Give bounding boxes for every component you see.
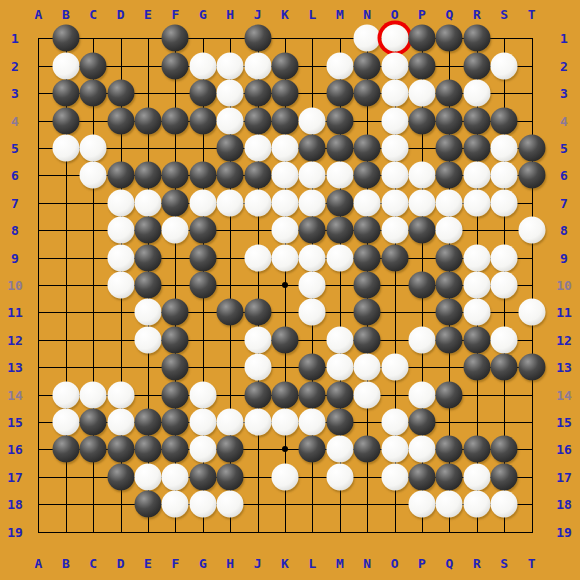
stone-black xyxy=(135,409,162,436)
stone-black xyxy=(491,463,518,490)
stone-white xyxy=(463,244,490,271)
stone-black xyxy=(272,326,299,353)
stone-black xyxy=(463,354,490,381)
stone-black xyxy=(107,162,134,189)
stone-white xyxy=(299,244,326,271)
stone-black xyxy=(381,244,408,271)
stone-white xyxy=(491,52,518,79)
stone-white xyxy=(381,189,408,216)
stone-white xyxy=(107,189,134,216)
stone-black xyxy=(326,135,353,162)
col-label-top: O xyxy=(391,8,399,21)
stone-black xyxy=(436,135,463,162)
stone-white xyxy=(409,189,436,216)
stone-white xyxy=(162,491,189,518)
stone-black xyxy=(135,217,162,244)
row-label-right: 9 xyxy=(560,251,568,264)
stone-white xyxy=(436,189,463,216)
stone-white xyxy=(518,299,545,326)
stone-white xyxy=(244,409,271,436)
col-label-top: T xyxy=(528,8,536,21)
col-label-bottom: Q xyxy=(445,557,453,570)
row-label-left: 7 xyxy=(11,196,19,209)
stone-black xyxy=(299,217,326,244)
col-label-bottom: J xyxy=(254,557,262,570)
stone-black xyxy=(107,80,134,107)
stone-white xyxy=(491,326,518,353)
stone-white xyxy=(189,381,216,408)
col-label-bottom: S xyxy=(500,557,508,570)
stone-white xyxy=(409,381,436,408)
col-label-top: P xyxy=(418,8,426,21)
stone-white xyxy=(518,217,545,244)
row-label-right: 18 xyxy=(556,498,572,511)
stone-black xyxy=(162,299,189,326)
col-label-bottom: L xyxy=(308,557,316,570)
stone-black xyxy=(436,299,463,326)
stone-black xyxy=(80,80,107,107)
stone-black xyxy=(409,52,436,79)
stone-black xyxy=(244,299,271,326)
stone-black xyxy=(135,107,162,134)
stone-white xyxy=(409,80,436,107)
stone-white xyxy=(409,436,436,463)
stone-black xyxy=(354,244,381,271)
stone-black xyxy=(491,107,518,134)
col-label-top: D xyxy=(117,8,125,21)
stone-black xyxy=(162,409,189,436)
stone-black xyxy=(354,272,381,299)
stone-black xyxy=(326,189,353,216)
stone-white xyxy=(354,381,381,408)
stone-black xyxy=(354,326,381,353)
stone-black xyxy=(162,162,189,189)
stone-black xyxy=(162,436,189,463)
stone-black xyxy=(189,217,216,244)
stone-white xyxy=(244,135,271,162)
stone-white xyxy=(463,189,490,216)
row-label-right: 2 xyxy=(560,59,568,72)
stone-white xyxy=(326,463,353,490)
col-label-bottom: O xyxy=(391,557,399,570)
stone-white xyxy=(217,80,244,107)
stone-black xyxy=(463,25,490,52)
stone-white xyxy=(491,189,518,216)
row-label-left: 6 xyxy=(11,169,19,182)
stone-white xyxy=(52,381,79,408)
col-label-top: J xyxy=(254,8,262,21)
col-label-bottom: P xyxy=(418,557,426,570)
stone-black xyxy=(189,272,216,299)
row-label-left: 8 xyxy=(11,224,19,237)
stone-white xyxy=(299,107,326,134)
stone-black xyxy=(436,107,463,134)
stone-black xyxy=(107,107,134,134)
stone-black xyxy=(299,436,326,463)
stone-black xyxy=(162,107,189,134)
stone-white xyxy=(217,409,244,436)
row-label-right: 14 xyxy=(556,388,572,401)
row-label-right: 7 xyxy=(560,196,568,209)
stone-white xyxy=(381,463,408,490)
stone-black xyxy=(326,107,353,134)
stone-black xyxy=(409,107,436,134)
stone-white xyxy=(409,162,436,189)
col-label-top: S xyxy=(500,8,508,21)
row-label-left: 18 xyxy=(7,498,23,511)
stone-white xyxy=(463,463,490,490)
star-point xyxy=(282,446,288,452)
col-label-bottom: T xyxy=(528,557,536,570)
stone-black xyxy=(409,25,436,52)
stone-white xyxy=(463,80,490,107)
stone-black xyxy=(189,162,216,189)
col-label-bottom: G xyxy=(199,557,207,570)
stone-black xyxy=(80,52,107,79)
stone-black xyxy=(354,135,381,162)
stone-white xyxy=(189,409,216,436)
stone-white xyxy=(135,299,162,326)
row-label-right: 11 xyxy=(556,306,572,319)
stone-white xyxy=(244,354,271,381)
col-label-top: R xyxy=(473,8,481,21)
stone-white xyxy=(381,52,408,79)
stone-black xyxy=(518,354,545,381)
stone-white xyxy=(491,272,518,299)
stone-white xyxy=(107,244,134,271)
stone-black xyxy=(354,217,381,244)
stone-white xyxy=(272,244,299,271)
stone-black xyxy=(107,463,134,490)
stone-black xyxy=(326,80,353,107)
col-label-bottom: B xyxy=(62,557,70,570)
stone-white xyxy=(354,25,381,52)
col-label-bottom: M xyxy=(336,557,344,570)
stone-black xyxy=(436,326,463,353)
stone-white xyxy=(381,354,408,381)
stone-black xyxy=(299,381,326,408)
stone-black xyxy=(244,107,271,134)
row-label-right: 12 xyxy=(556,333,572,346)
stone-black xyxy=(135,436,162,463)
stone-black xyxy=(299,354,326,381)
stone-white xyxy=(326,244,353,271)
stone-black xyxy=(436,381,463,408)
stone-white xyxy=(80,162,107,189)
col-label-bottom: R xyxy=(473,557,481,570)
stone-white xyxy=(463,272,490,299)
stone-white xyxy=(80,135,107,162)
stone-white xyxy=(491,135,518,162)
stone-white xyxy=(491,491,518,518)
stone-white xyxy=(217,189,244,216)
col-label-top: H xyxy=(226,8,234,21)
stone-black xyxy=(272,80,299,107)
row-label-left: 4 xyxy=(11,114,19,127)
stone-white xyxy=(409,326,436,353)
stone-white xyxy=(272,162,299,189)
stone-white xyxy=(162,463,189,490)
stone-black xyxy=(135,272,162,299)
stone-black xyxy=(244,80,271,107)
row-label-left: 11 xyxy=(7,306,23,319)
stone-black xyxy=(135,491,162,518)
stone-white xyxy=(463,162,490,189)
col-label-bottom: A xyxy=(34,557,42,570)
stone-black xyxy=(272,52,299,79)
stone-white xyxy=(381,409,408,436)
stone-white xyxy=(491,162,518,189)
stone-white xyxy=(244,189,271,216)
col-label-bottom: H xyxy=(226,557,234,570)
stone-white xyxy=(381,436,408,463)
stone-black xyxy=(491,354,518,381)
stone-black xyxy=(409,272,436,299)
stone-white xyxy=(244,326,271,353)
row-label-right: 5 xyxy=(560,142,568,155)
col-label-bottom: N xyxy=(363,557,371,570)
stone-white xyxy=(354,354,381,381)
stone-white xyxy=(463,299,490,326)
stone-white xyxy=(272,189,299,216)
row-label-left: 9 xyxy=(11,251,19,264)
stone-white xyxy=(299,189,326,216)
stone-white xyxy=(135,463,162,490)
col-label-top: C xyxy=(89,8,97,21)
stone-white xyxy=(272,217,299,244)
stone-black xyxy=(52,80,79,107)
stone-black xyxy=(52,25,79,52)
stone-white xyxy=(189,189,216,216)
stone-black xyxy=(518,135,545,162)
stone-white xyxy=(189,491,216,518)
stone-white xyxy=(381,135,408,162)
row-label-left: 13 xyxy=(7,361,23,374)
row-label-left: 3 xyxy=(11,87,19,100)
row-label-right: 15 xyxy=(556,416,572,429)
stone-black xyxy=(107,436,134,463)
stone-black xyxy=(354,436,381,463)
stone-black xyxy=(463,326,490,353)
col-label-top: N xyxy=(363,8,371,21)
stone-white xyxy=(217,52,244,79)
grid-line-horizontal xyxy=(38,367,532,368)
star-point xyxy=(282,282,288,288)
stone-white xyxy=(381,107,408,134)
stone-white-last-move-marker xyxy=(381,25,408,52)
stone-black xyxy=(354,162,381,189)
stone-black xyxy=(189,244,216,271)
stone-black xyxy=(326,217,353,244)
stone-black xyxy=(135,162,162,189)
row-label-right: 13 xyxy=(556,361,572,374)
stone-white xyxy=(409,491,436,518)
stone-black xyxy=(463,52,490,79)
stone-black xyxy=(162,326,189,353)
stone-white xyxy=(217,491,244,518)
col-label-top: L xyxy=(308,8,316,21)
col-label-top: G xyxy=(199,8,207,21)
row-label-right: 1 xyxy=(560,32,568,45)
row-label-left: 15 xyxy=(7,416,23,429)
stone-black xyxy=(436,244,463,271)
row-label-left: 16 xyxy=(7,443,23,456)
row-label-right: 10 xyxy=(556,279,572,292)
col-label-bottom: F xyxy=(171,557,179,570)
stone-black xyxy=(518,162,545,189)
stone-white xyxy=(436,217,463,244)
stone-black xyxy=(189,463,216,490)
stone-white xyxy=(107,381,134,408)
stone-white xyxy=(272,463,299,490)
row-label-right: 19 xyxy=(556,525,572,538)
stone-white xyxy=(299,409,326,436)
row-label-left: 19 xyxy=(7,525,23,538)
grid-line-horizontal xyxy=(38,532,532,533)
row-label-left: 1 xyxy=(11,32,19,45)
stone-black xyxy=(189,107,216,134)
stone-black xyxy=(272,381,299,408)
stone-white xyxy=(299,272,326,299)
stone-white xyxy=(107,272,134,299)
stone-white xyxy=(162,217,189,244)
row-label-left: 10 xyxy=(7,279,23,292)
stone-white xyxy=(217,107,244,134)
stone-black xyxy=(244,381,271,408)
stone-white xyxy=(326,52,353,79)
stone-white xyxy=(244,52,271,79)
stone-black xyxy=(436,463,463,490)
row-label-right: 6 xyxy=(560,169,568,182)
stone-white xyxy=(80,381,107,408)
stone-black xyxy=(354,52,381,79)
stone-black xyxy=(326,381,353,408)
row-label-right: 3 xyxy=(560,87,568,100)
go-board[interactable]: AABBCCDDEEFFGGHHJJKKLLMMNNOOPPQQRRSSTT11… xyxy=(0,0,580,580)
col-label-top: E xyxy=(144,8,152,21)
stone-black xyxy=(272,107,299,134)
col-label-bottom: E xyxy=(144,557,152,570)
stone-white xyxy=(135,189,162,216)
row-label-left: 5 xyxy=(11,142,19,155)
stone-white xyxy=(244,244,271,271)
stone-black xyxy=(463,135,490,162)
stone-white xyxy=(189,52,216,79)
stone-black xyxy=(244,162,271,189)
stone-white xyxy=(381,80,408,107)
stone-white xyxy=(272,409,299,436)
stone-black xyxy=(217,135,244,162)
stone-black xyxy=(162,381,189,408)
stone-black xyxy=(162,52,189,79)
stone-white xyxy=(326,326,353,353)
stone-white xyxy=(326,436,353,463)
row-label-right: 17 xyxy=(556,470,572,483)
stone-white xyxy=(107,409,134,436)
stone-black xyxy=(436,162,463,189)
stone-black xyxy=(162,25,189,52)
row-label-left: 14 xyxy=(7,388,23,401)
stone-white xyxy=(299,162,326,189)
stone-white xyxy=(326,162,353,189)
stone-black xyxy=(354,80,381,107)
stone-white xyxy=(354,189,381,216)
stone-black xyxy=(299,135,326,162)
stone-white xyxy=(491,244,518,271)
row-label-right: 16 xyxy=(556,443,572,456)
stone-black xyxy=(409,217,436,244)
stone-black xyxy=(80,409,107,436)
col-label-bottom: D xyxy=(117,557,125,570)
stone-black xyxy=(52,436,79,463)
stone-black xyxy=(409,463,436,490)
row-label-right: 4 xyxy=(560,114,568,127)
col-label-top: K xyxy=(281,8,289,21)
col-label-bottom: C xyxy=(89,557,97,570)
stone-white xyxy=(381,162,408,189)
stone-white xyxy=(272,135,299,162)
stone-white xyxy=(107,217,134,244)
col-label-top: M xyxy=(336,8,344,21)
col-label-bottom: K xyxy=(281,557,289,570)
stone-black xyxy=(436,80,463,107)
stone-black xyxy=(189,80,216,107)
stone-black xyxy=(326,409,353,436)
stone-white xyxy=(52,135,79,162)
col-label-top: F xyxy=(171,8,179,21)
col-label-top: Q xyxy=(445,8,453,21)
stone-white xyxy=(436,491,463,518)
stone-black xyxy=(436,272,463,299)
stone-white xyxy=(381,217,408,244)
stone-black xyxy=(80,436,107,463)
stone-black xyxy=(217,299,244,326)
stone-black xyxy=(463,107,490,134)
stone-black xyxy=(162,354,189,381)
stone-white xyxy=(189,436,216,463)
stone-black xyxy=(244,25,271,52)
stone-black xyxy=(354,299,381,326)
grid-line-vertical xyxy=(532,38,533,532)
stone-black xyxy=(409,409,436,436)
stone-white xyxy=(299,299,326,326)
stone-black xyxy=(162,189,189,216)
stone-black xyxy=(52,107,79,134)
row-label-right: 8 xyxy=(560,224,568,237)
row-label-left: 2 xyxy=(11,59,19,72)
col-label-top: A xyxy=(34,8,42,21)
row-label-left: 17 xyxy=(7,470,23,483)
stone-black xyxy=(436,436,463,463)
stone-black xyxy=(436,25,463,52)
row-label-left: 12 xyxy=(7,333,23,346)
stone-white xyxy=(135,326,162,353)
stone-white xyxy=(326,354,353,381)
col-label-top: B xyxy=(62,8,70,21)
stone-white xyxy=(52,409,79,436)
stone-black xyxy=(217,162,244,189)
stone-black xyxy=(217,436,244,463)
stone-white xyxy=(463,491,490,518)
stone-black xyxy=(217,463,244,490)
stone-white xyxy=(52,52,79,79)
stone-black xyxy=(491,436,518,463)
stone-black xyxy=(463,436,490,463)
stone-black xyxy=(135,244,162,271)
